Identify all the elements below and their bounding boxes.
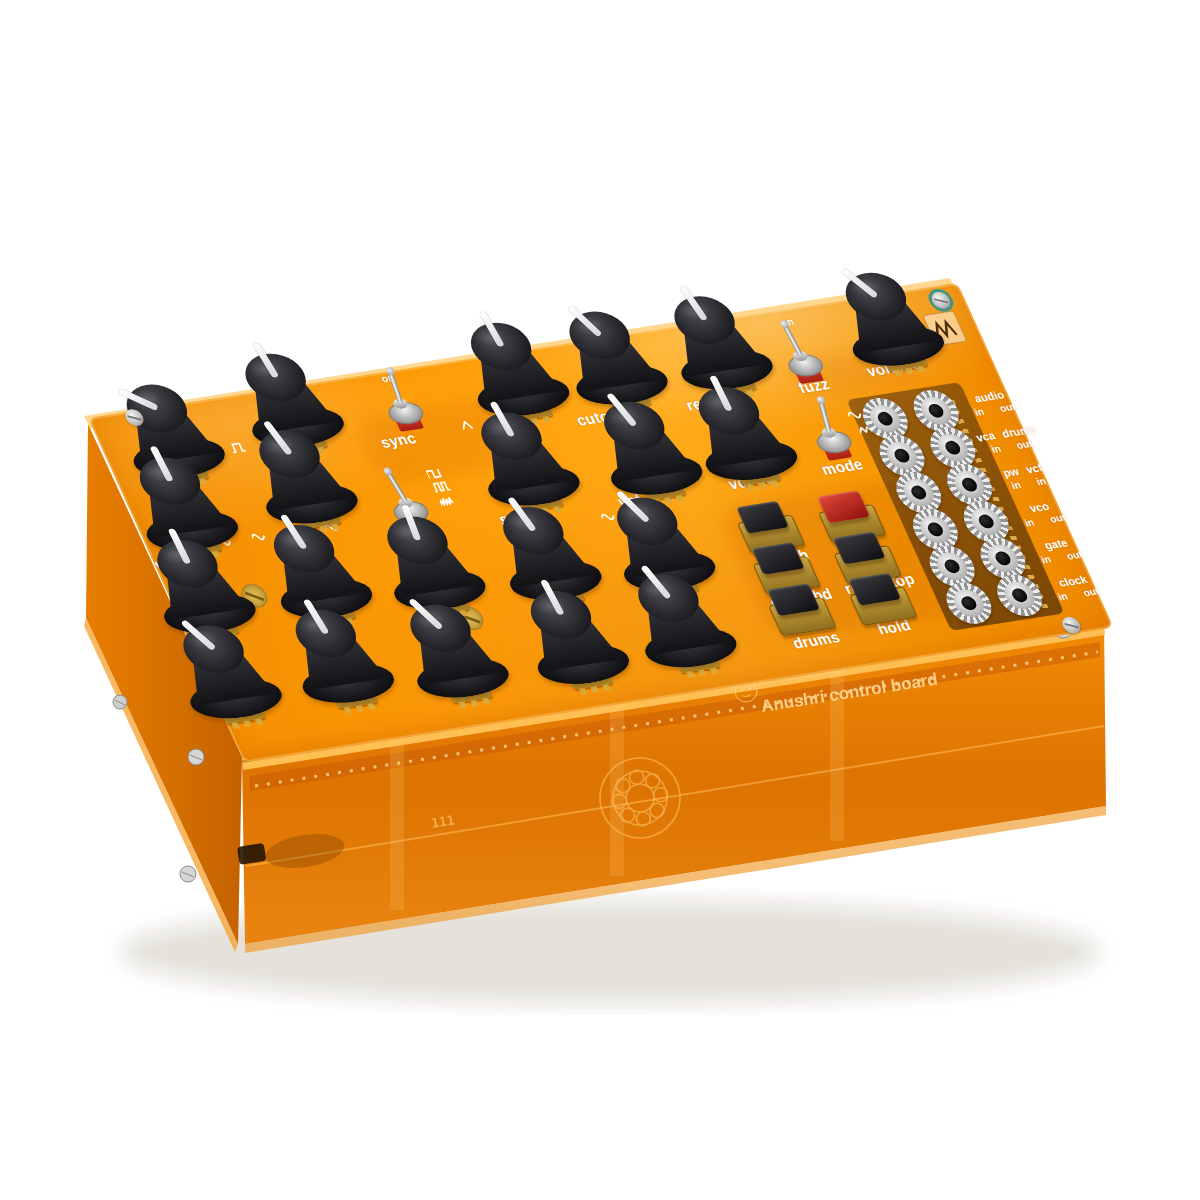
toggle-lever xyxy=(817,400,831,432)
knob-pot7[interactable]: 7 xyxy=(270,603,404,714)
panel-screw xyxy=(929,291,953,310)
knob-pointer xyxy=(118,388,157,411)
patch-label-vco: vcoin out xyxy=(1007,497,1078,530)
knob-pot8[interactable]: 8 xyxy=(385,598,519,709)
product-photo: Anushri control board Mutable instrument… xyxy=(0,0,1200,1200)
patch-label-vca-drums: vca drumsin out xyxy=(973,424,1044,457)
standoff-post-1 xyxy=(390,734,404,910)
knob-sub[interactable] xyxy=(456,406,590,517)
toggle-lever xyxy=(781,324,802,356)
panel-screw xyxy=(1059,616,1083,635)
patch-label-pw-vcf: pw vcfin in xyxy=(990,461,1061,494)
patch-label-clock: clockin out xyxy=(1040,571,1111,604)
knob-pot10[interactable]: 10 xyxy=(613,568,747,679)
toggle-lever xyxy=(387,371,403,403)
patch-label-audio: audioin out xyxy=(957,387,1028,420)
knob-pot9[interactable]: 9 xyxy=(505,584,639,695)
patch-label-gate: gatein out xyxy=(1024,534,1095,567)
toggle-lever xyxy=(385,471,408,503)
